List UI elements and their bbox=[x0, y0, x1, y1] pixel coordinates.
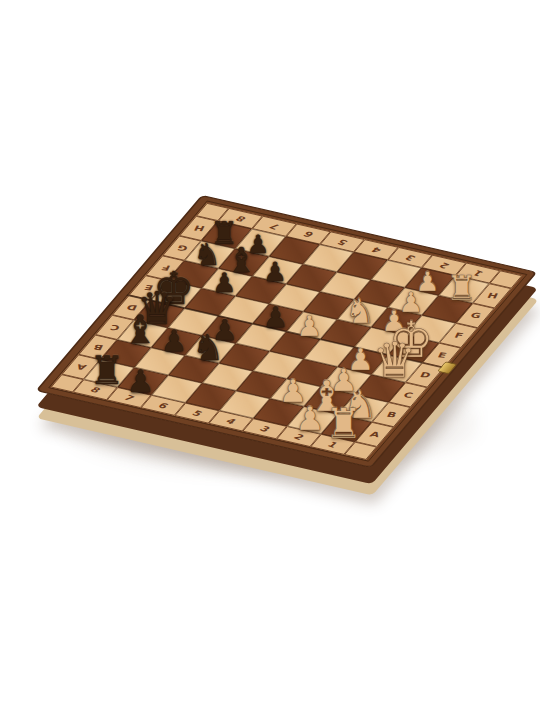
piece-white-rook-h1[interactable]: ♜ bbox=[446, 271, 477, 305]
piece-black-rook-a8[interactable]: ♜ bbox=[89, 351, 124, 390]
piece-black-pawn-a7[interactable]: ♟ bbox=[126, 365, 154, 396]
piece-black-pawn-e5[interactable]: ♟ bbox=[263, 304, 288, 332]
piece-white-rook-a1[interactable]: ♜ bbox=[325, 403, 363, 445]
piece-black-pawn-g6[interactable]: ♟ bbox=[263, 259, 287, 285]
piece-black-knight-c6[interactable]: ♞ bbox=[192, 330, 224, 366]
piece-black-bishop-c8[interactable]: ♝ bbox=[123, 311, 158, 350]
piece-black-pawn-f7[interactable]: ♟ bbox=[212, 270, 236, 297]
piece-white-pawn-a2[interactable]: ♟ bbox=[295, 403, 324, 436]
piece-black-knight-g8[interactable]: ♞ bbox=[193, 239, 221, 270]
piece-white-queen-d1[interactable]: ♛ bbox=[372, 337, 416, 386]
piece-white-knight-f3[interactable]: ♞ bbox=[345, 295, 375, 329]
piece-black-pawn-c7[interactable]: ♟ bbox=[161, 327, 187, 356]
piece-white-pawn-e4[interactable]: ♟ bbox=[297, 312, 323, 341]
product-photo-scene: 88AA77BB66CC55DD44EE33FF22GG11HH ♜♞♛♚♜♟♝… bbox=[0, 0, 540, 720]
